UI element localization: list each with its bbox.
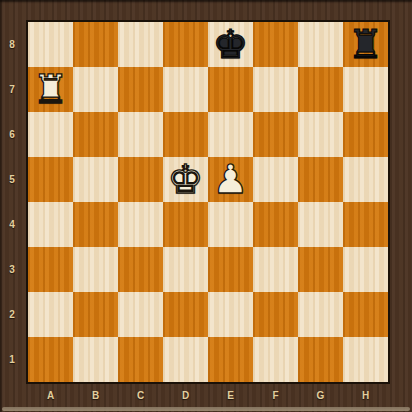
square-c8[interactable] — [118, 22, 163, 67]
square-d1[interactable] — [163, 337, 208, 382]
square-b3[interactable] — [73, 247, 118, 292]
square-d4[interactable] — [163, 202, 208, 247]
square-f4[interactable] — [253, 202, 298, 247]
square-e2[interactable] — [208, 292, 253, 337]
square-f2[interactable] — [253, 292, 298, 337]
square-c5[interactable] — [118, 157, 163, 202]
square-h1[interactable] — [343, 337, 388, 382]
rank-label-5: 5 — [0, 157, 24, 202]
square-h6[interactable] — [343, 112, 388, 157]
square-h8[interactable]: ♜ — [343, 22, 388, 67]
square-c7[interactable] — [118, 67, 163, 112]
square-a7[interactable]: ♜ — [28, 67, 73, 112]
piece-white-rook[interactable]: ♜ — [33, 67, 69, 112]
chess-board: ♚♜♜♚♟ — [26, 20, 390, 384]
square-b1[interactable] — [73, 337, 118, 382]
square-h2[interactable] — [343, 292, 388, 337]
square-g4[interactable] — [298, 202, 343, 247]
square-c4[interactable] — [118, 202, 163, 247]
square-d5[interactable]: ♚ — [163, 157, 208, 202]
square-g2[interactable] — [298, 292, 343, 337]
frame-bevel — [2, 407, 410, 411]
square-g6[interactable] — [298, 112, 343, 157]
chess-board-frame: 87654321 ABCDEFGH ♚♜♜♚♟ — [0, 0, 412, 412]
square-h4[interactable] — [343, 202, 388, 247]
square-e8[interactable]: ♚ — [208, 22, 253, 67]
square-e7[interactable] — [208, 67, 253, 112]
square-h7[interactable] — [343, 67, 388, 112]
piece-black-king[interactable]: ♚ — [213, 22, 249, 67]
piece-white-pawn[interactable]: ♟ — [213, 157, 249, 202]
square-d3[interactable] — [163, 247, 208, 292]
piece-black-rook[interactable]: ♜ — [348, 22, 384, 67]
square-f6[interactable] — [253, 112, 298, 157]
square-g3[interactable] — [298, 247, 343, 292]
square-e5[interactable]: ♟ — [208, 157, 253, 202]
square-c6[interactable] — [118, 112, 163, 157]
square-h5[interactable] — [343, 157, 388, 202]
square-g5[interactable] — [298, 157, 343, 202]
square-g7[interactable] — [298, 67, 343, 112]
square-a8[interactable] — [28, 22, 73, 67]
piece-white-king[interactable]: ♚ — [168, 157, 204, 202]
rank-labels: 87654321 — [0, 22, 24, 382]
square-g1[interactable] — [298, 337, 343, 382]
square-f7[interactable] — [253, 67, 298, 112]
square-b2[interactable] — [73, 292, 118, 337]
rank-label-4: 4 — [0, 202, 24, 247]
square-b7[interactable] — [73, 67, 118, 112]
square-a4[interactable] — [28, 202, 73, 247]
rank-label-2: 2 — [0, 292, 24, 337]
square-d2[interactable] — [163, 292, 208, 337]
rank-label-8: 8 — [0, 22, 24, 67]
square-d6[interactable] — [163, 112, 208, 157]
square-b8[interactable] — [73, 22, 118, 67]
square-g8[interactable] — [298, 22, 343, 67]
square-a1[interactable] — [28, 337, 73, 382]
square-f8[interactable] — [253, 22, 298, 67]
square-d8[interactable] — [163, 22, 208, 67]
rank-label-6: 6 — [0, 112, 24, 157]
square-e4[interactable] — [208, 202, 253, 247]
square-c2[interactable] — [118, 292, 163, 337]
square-e3[interactable] — [208, 247, 253, 292]
square-a5[interactable] — [28, 157, 73, 202]
square-f1[interactable] — [253, 337, 298, 382]
square-b5[interactable] — [73, 157, 118, 202]
square-h3[interactable] — [343, 247, 388, 292]
square-c3[interactable] — [118, 247, 163, 292]
square-b4[interactable] — [73, 202, 118, 247]
rank-label-3: 3 — [0, 247, 24, 292]
square-a2[interactable] — [28, 292, 73, 337]
square-f5[interactable] — [253, 157, 298, 202]
square-c1[interactable] — [118, 337, 163, 382]
square-f3[interactable] — [253, 247, 298, 292]
square-e1[interactable] — [208, 337, 253, 382]
rank-label-7: 7 — [0, 67, 24, 112]
square-e6[interactable] — [208, 112, 253, 157]
rank-label-1: 1 — [0, 337, 24, 382]
square-d7[interactable] — [163, 67, 208, 112]
square-b6[interactable] — [73, 112, 118, 157]
square-a3[interactable] — [28, 247, 73, 292]
square-a6[interactable] — [28, 112, 73, 157]
